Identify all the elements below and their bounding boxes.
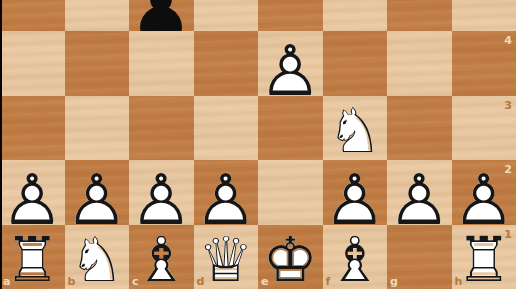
piece-outline-glyph: ♖ [4, 229, 60, 289]
white-knight-f3[interactable]: ♞♘ [323, 96, 388, 161]
piece-outline-glyph: ♗ [327, 229, 383, 289]
white-pawn-f2[interactable]: ♟♙ [323, 160, 388, 225]
square-g5[interactable] [387, 0, 452, 31]
white-pawn-b2[interactable]: ♟♙ [65, 160, 130, 225]
piece-outline-glyph: ♙ [388, 165, 451, 235]
square-a1[interactable]: a♜♖ [0, 225, 65, 289]
square-a3[interactable] [0, 96, 65, 161]
square-b2[interactable]: ♟♙ [65, 160, 130, 225]
square-g2[interactable]: ♟♙ [387, 160, 452, 225]
square-e5[interactable] [258, 0, 323, 31]
rank-label-3: 3 [504, 100, 512, 111]
square-f3[interactable]: ♞♘ [323, 96, 388, 161]
white-knight-b1[interactable]: ♞♘ [65, 225, 130, 289]
black-pawn-c5[interactable]: ♟ [129, 0, 194, 31]
square-h1[interactable]: 1h♜♖ [452, 225, 516, 289]
piece-glyph: ♟ [130, 0, 193, 42]
square-e1[interactable]: e♚♔ [258, 225, 323, 289]
piece-outline-glyph: ♖ [456, 229, 512, 289]
white-pawn-h2[interactable]: ♟♙ [452, 160, 516, 225]
square-h3[interactable]: 3 [452, 96, 516, 161]
square-f4[interactable] [323, 31, 388, 96]
piece-outline-glyph: ♘ [327, 100, 383, 162]
white-pawn-g2[interactable]: ♟♙ [387, 160, 452, 225]
square-d3[interactable] [194, 96, 259, 161]
white-queen-d1[interactable]: ♛♕ [194, 225, 259, 289]
file-label-g: g [390, 276, 398, 287]
white-rook-a1[interactable]: ♜♖ [0, 225, 65, 289]
square-h2[interactable]: 2♟♙ [452, 160, 516, 225]
white-pawn-c2[interactable]: ♟♙ [129, 160, 194, 225]
square-g3[interactable] [387, 96, 452, 161]
square-b1[interactable]: b♞♘ [65, 225, 130, 289]
piece-outline-glyph: ♘ [69, 229, 125, 289]
square-d2[interactable]: ♟♙ [194, 160, 259, 225]
white-pawn-d2[interactable]: ♟♙ [194, 160, 259, 225]
square-b5[interactable] [65, 0, 130, 31]
white-king-e1[interactable]: ♚♔ [258, 225, 323, 289]
square-f5[interactable] [323, 0, 388, 31]
square-h4[interactable]: 4 [452, 31, 516, 96]
square-c1[interactable]: c♝♗ [129, 225, 194, 289]
white-rook-h1[interactable]: ♜♖ [452, 225, 516, 289]
square-d1[interactable]: d♛♕ [194, 225, 259, 289]
square-f2[interactable]: ♟♙ [323, 160, 388, 225]
square-b3[interactable] [65, 96, 130, 161]
square-d5[interactable] [194, 0, 259, 31]
square-e2[interactable] [258, 160, 323, 225]
square-f1[interactable]: f♝♗ [323, 225, 388, 289]
white-pawn-a2[interactable]: ♟♙ [0, 160, 65, 225]
white-bishop-c1[interactable]: ♝♗ [129, 225, 194, 289]
letterbox-edge-strip [0, 0, 2, 289]
piece-outline-glyph: ♙ [259, 36, 322, 106]
piece-outline-glyph: ♔ [262, 229, 318, 289]
square-b4[interactable] [65, 31, 130, 96]
square-a2[interactable]: ♟♙ [0, 160, 65, 225]
square-e4[interactable]: ♟♙ [258, 31, 323, 96]
square-a5[interactable] [0, 0, 65, 31]
rank-label-4: 4 [504, 35, 512, 46]
square-c5[interactable]: ♟ [129, 0, 194, 31]
square-g4[interactable] [387, 31, 452, 96]
chess-board: ♟♟♙4♞♘3♟♙♟♙♟♙♟♙♟♙♟♙2♟♙a♜♖b♞♘c♝♗d♛♕e♚♔f♝♗… [0, 0, 516, 289]
piece-outline-glyph: ♕ [198, 229, 254, 289]
white-bishop-f1[interactable]: ♝♗ [323, 225, 388, 289]
square-c2[interactable]: ♟♙ [129, 160, 194, 225]
square-h5[interactable] [452, 0, 516, 31]
chess-board-screenshot: ♟♟♙4♞♘3♟♙♟♙♟♙♟♙♟♙♟♙2♟♙a♜♖b♞♘c♝♗d♛♕e♚♔f♝♗… [0, 0, 516, 289]
square-d4[interactable] [194, 31, 259, 96]
piece-outline-glyph: ♗ [133, 229, 189, 289]
square-a4[interactable] [0, 31, 65, 96]
square-c3[interactable] [129, 96, 194, 161]
white-pawn-e4[interactable]: ♟♙ [258, 31, 323, 96]
